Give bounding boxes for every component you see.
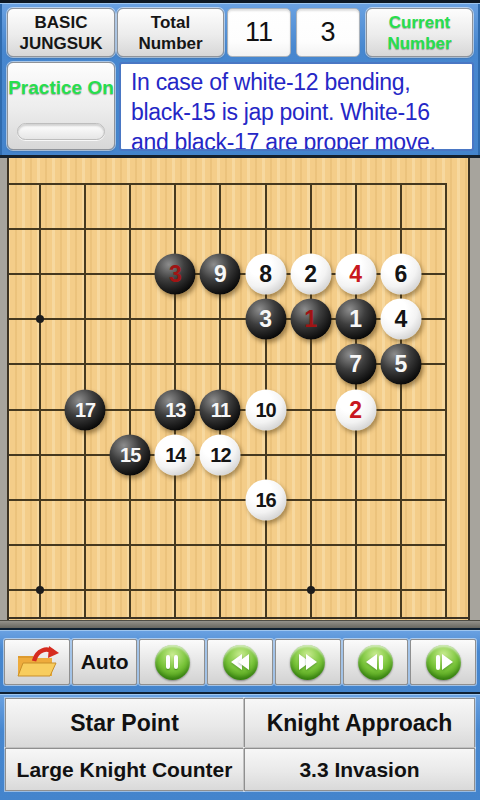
stone-number: 9 [214, 261, 227, 288]
step-forward-icon [426, 645, 461, 680]
go-board[interactable]: 39824631147517131110215141216 [0, 158, 480, 620]
stone-number: 2 [349, 396, 362, 423]
stone-black-7-R15: 7 [335, 344, 376, 385]
grid-line [129, 184, 131, 617]
stone-black-3-P16: 3 [245, 299, 286, 340]
stone-number: 14 [165, 443, 185, 466]
stone-number: 12 [210, 443, 230, 466]
stone-white-4-S16: 4 [380, 299, 421, 340]
step-forward-button[interactable] [410, 639, 476, 685]
stone-white-2-Q17: 2 [290, 254, 331, 295]
stone-black-17-L14: 17 [65, 389, 106, 430]
current-number-value[interactable]: 3 [296, 8, 360, 57]
stone-number: 4 [394, 306, 407, 333]
grid-line [9, 499, 447, 501]
move-name-large-knight-counter[interactable]: Large Knight Counter [5, 748, 244, 791]
stone-black-11-O14: 11 [200, 389, 241, 430]
board-edge-bottom [7, 617, 470, 619]
fast-forward-button[interactable] [275, 639, 341, 685]
stone-white-10-P14: 10 [245, 389, 286, 430]
grid-line [9, 183, 447, 185]
stone-black-1-R16: 1 [335, 299, 376, 340]
basic-jungsuk-button[interactable]: BASIC JUNGSUK [7, 8, 115, 57]
stone-black-1-Q16: 1 [290, 299, 331, 340]
stone-white-14-N13: 14 [155, 434, 196, 475]
move-name-panel: Star Point Knight Approach Large Knight … [0, 694, 480, 800]
star-point [307, 586, 315, 594]
stone-number: 11 [211, 398, 230, 421]
board-frame-left [0, 158, 7, 620]
board-bottom-shadow [0, 620, 480, 628]
folder-open-icon [14, 644, 60, 680]
stone-number: 1 [349, 306, 362, 333]
stone-white-12-O13: 12 [200, 434, 241, 475]
stone-number: 4 [349, 261, 362, 288]
stone-number: 3 [259, 306, 272, 333]
stone-number: 6 [394, 261, 407, 288]
grid-line [39, 184, 41, 617]
grid-line [310, 184, 312, 617]
stone-white-2-R14: 2 [335, 389, 376, 430]
app-screen: BASIC JUNGSUK Total Number 11 3 Current … [0, 0, 480, 800]
stone-number: 16 [255, 488, 275, 511]
stone-number: 13 [165, 398, 185, 421]
practice-on-label: Practice On [8, 77, 114, 98]
total-number-value[interactable]: 11 [227, 8, 291, 57]
stone-number: 1 [304, 306, 317, 333]
grid-line [445, 184, 447, 617]
stone-black-9-O17: 9 [200, 254, 241, 295]
stone-number: 5 [394, 351, 407, 378]
stone-number: 2 [304, 261, 317, 288]
move-name-star-point[interactable]: Star Point [5, 698, 244, 748]
pause-icon [155, 645, 190, 680]
practice-toggle-groove [17, 123, 105, 140]
stone-black-13-N14: 13 [155, 389, 196, 430]
stone-white-6-S17: 6 [380, 254, 421, 295]
toolbar-row: Auto [4, 639, 476, 685]
rewind-button[interactable] [207, 639, 273, 685]
move-description-text: In case of white-12 bending, black-15 is… [119, 62, 474, 151]
grid-line [9, 544, 447, 546]
playback-toolbar: Auto [0, 628, 480, 694]
board-frame-right [470, 158, 480, 620]
move-name-33-invasion[interactable]: 3.3 Invasion [244, 748, 475, 791]
practice-on-button[interactable]: Practice On [7, 62, 115, 150]
stone-black-15-M13: 15 [110, 434, 151, 475]
grid-line [400, 184, 402, 617]
star-point [36, 315, 44, 323]
auto-button[interactable]: Auto [72, 639, 138, 685]
stone-number: 17 [75, 398, 95, 421]
move-name-knight-approach[interactable]: Knight Approach [244, 698, 475, 748]
pause-button[interactable] [139, 639, 205, 685]
stone-number: 10 [255, 398, 275, 421]
stone-number: 8 [259, 261, 272, 288]
stone-white-4-R17: 4 [335, 254, 376, 295]
star-point [36, 586, 44, 594]
stone-white-16-P12: 16 [245, 479, 286, 520]
header-panel: BASIC JUNGSUK Total Number 11 3 Current … [0, 3, 480, 155]
grid-line [9, 228, 447, 230]
stone-number: 15 [120, 443, 140, 466]
stone-number: 7 [349, 351, 362, 378]
open-file-button[interactable] [4, 639, 70, 685]
grid-line [9, 589, 447, 591]
stone-black-3-N17: 3 [155, 254, 196, 295]
stone-white-8-P17: 8 [245, 254, 286, 295]
stone-number: 3 [169, 261, 182, 288]
total-number-button[interactable]: Total Number [117, 8, 224, 57]
step-back-button[interactable] [343, 639, 409, 685]
rewind-icon [223, 645, 258, 680]
stone-black-5-S15: 5 [380, 344, 421, 385]
fast-forward-icon [290, 645, 325, 680]
step-back-icon [358, 645, 393, 680]
current-number-button[interactable]: Current Number [366, 8, 473, 57]
